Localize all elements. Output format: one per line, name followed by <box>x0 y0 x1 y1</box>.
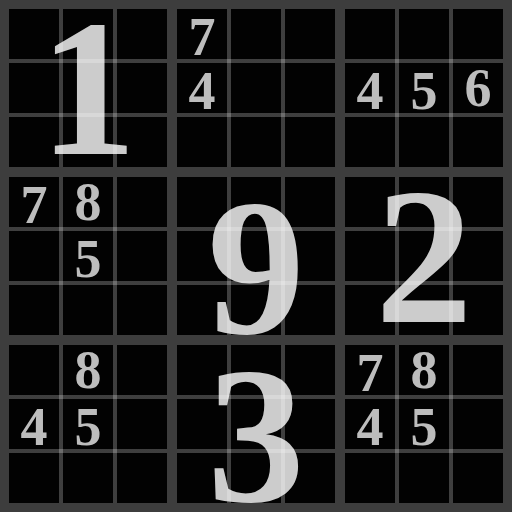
sudoku-cell[interactable] <box>117 231 167 281</box>
sudoku-cell[interactable] <box>345 117 395 167</box>
sudoku-cell[interactable] <box>63 9 113 59</box>
sudoku-cell[interactable]: 5 <box>63 399 113 449</box>
sudoku-cell[interactable] <box>9 345 59 395</box>
sudoku-cell[interactable] <box>453 453 503 503</box>
small-digit: 7 <box>357 346 384 400</box>
small-digit: 4 <box>357 64 384 118</box>
sudoku-cell[interactable] <box>399 177 449 227</box>
sudoku-cell[interactable]: 7 <box>177 9 227 59</box>
sudoku-cell[interactable] <box>285 453 335 503</box>
sudoku-box: 3 <box>177 345 335 503</box>
box-cells: 7845 <box>345 345 503 503</box>
sudoku-cell[interactable]: 7 <box>345 345 395 395</box>
sudoku-cell[interactable] <box>453 285 503 335</box>
sudoku-board: 1744567859284537845 <box>0 0 512 512</box>
sudoku-cell[interactable]: 4 <box>177 63 227 113</box>
small-digit: 4 <box>357 400 384 454</box>
sudoku-cell[interactable] <box>453 117 503 167</box>
sudoku-cell[interactable] <box>63 285 113 335</box>
small-digit: 5 <box>75 400 102 454</box>
sudoku-cell[interactable] <box>9 285 59 335</box>
small-digit: 8 <box>75 175 102 229</box>
sudoku-cell[interactable] <box>231 177 281 227</box>
box-cells: 785 <box>9 177 167 335</box>
sudoku-cell[interactable]: 5 <box>63 231 113 281</box>
sudoku-cell[interactable] <box>177 231 227 281</box>
sudoku-cell[interactable] <box>285 177 335 227</box>
sudoku-cell[interactable] <box>9 63 59 113</box>
sudoku-cell[interactable] <box>231 453 281 503</box>
sudoku-cell[interactable] <box>453 231 503 281</box>
small-digit: 7 <box>21 178 48 232</box>
sudoku-cell[interactable] <box>177 453 227 503</box>
sudoku-cell[interactable] <box>177 345 227 395</box>
small-digit: 7 <box>189 10 216 64</box>
sudoku-cell[interactable] <box>177 117 227 167</box>
box-cells: 845 <box>9 345 167 503</box>
sudoku-cell[interactable]: 8 <box>63 177 113 227</box>
small-digit: 8 <box>75 343 102 397</box>
sudoku-cell[interactable] <box>345 177 395 227</box>
sudoku-box: 1 <box>9 9 167 167</box>
sudoku-cell[interactable] <box>9 453 59 503</box>
sudoku-cell[interactable] <box>63 63 113 113</box>
sudoku-cell[interactable] <box>177 399 227 449</box>
small-digit: 5 <box>411 64 438 118</box>
sudoku-cell[interactable]: 7 <box>9 177 59 227</box>
sudoku-cell[interactable] <box>399 285 449 335</box>
sudoku-cell[interactable] <box>453 9 503 59</box>
sudoku-box: 845 <box>9 345 167 503</box>
sudoku-cell[interactable] <box>399 117 449 167</box>
sudoku-cell[interactable] <box>117 399 167 449</box>
sudoku-cell[interactable] <box>453 399 503 449</box>
sudoku-cell[interactable] <box>231 63 281 113</box>
sudoku-cell[interactable] <box>231 345 281 395</box>
sudoku-cell[interactable] <box>117 345 167 395</box>
sudoku-cell[interactable] <box>117 453 167 503</box>
sudoku-cell[interactable]: 8 <box>63 345 113 395</box>
box-cells <box>345 177 503 335</box>
sudoku-box: 785 <box>9 177 167 335</box>
sudoku-box: 456 <box>345 9 503 167</box>
sudoku-cell[interactable] <box>117 63 167 113</box>
box-cells <box>9 9 167 167</box>
sudoku-cell[interactable] <box>285 231 335 281</box>
sudoku-cell[interactable] <box>231 231 281 281</box>
sudoku-cell[interactable] <box>345 9 395 59</box>
small-digit: 8 <box>411 343 438 397</box>
sudoku-cell[interactable] <box>9 231 59 281</box>
sudoku-cell[interactable] <box>63 117 113 167</box>
box-cells: 456 <box>345 9 503 167</box>
sudoku-cell[interactable] <box>9 9 59 59</box>
sudoku-cell[interactable] <box>285 117 335 167</box>
sudoku-cell[interactable] <box>117 117 167 167</box>
sudoku-cell[interactable] <box>399 453 449 503</box>
small-digit: 6 <box>465 61 492 115</box>
sudoku-cell[interactable] <box>117 285 167 335</box>
sudoku-cell[interactable] <box>9 117 59 167</box>
sudoku-cell[interactable] <box>285 399 335 449</box>
sudoku-cell[interactable] <box>231 399 281 449</box>
sudoku-cell[interactable]: 6 <box>453 63 503 113</box>
sudoku-cell[interactable] <box>285 63 335 113</box>
box-cells <box>177 177 335 335</box>
sudoku-cell[interactable] <box>345 231 395 281</box>
sudoku-cell[interactable] <box>63 453 113 503</box>
sudoku-box: 74 <box>177 9 335 167</box>
sudoku-cell[interactable]: 4 <box>9 399 59 449</box>
sudoku-cell[interactable] <box>177 285 227 335</box>
sudoku-cell[interactable]: 4 <box>345 63 395 113</box>
sudoku-cell[interactable] <box>345 285 395 335</box>
sudoku-cell[interactable]: 5 <box>399 63 449 113</box>
sudoku-box: 9 <box>177 177 335 335</box>
sudoku-cell[interactable] <box>231 285 281 335</box>
sudoku-cell[interactable] <box>177 177 227 227</box>
sudoku-cell[interactable] <box>453 177 503 227</box>
sudoku-cell[interactable] <box>117 9 167 59</box>
sudoku-cell[interactable] <box>453 345 503 395</box>
sudoku-cell[interactable]: 8 <box>399 345 449 395</box>
sudoku-cell[interactable] <box>285 285 335 335</box>
small-digit: 4 <box>21 400 48 454</box>
sudoku-cell[interactable] <box>399 231 449 281</box>
box-cells <box>177 345 335 503</box>
sudoku-cell[interactable] <box>399 9 449 59</box>
sudoku-cell[interactable] <box>285 345 335 395</box>
small-digit: 5 <box>75 232 102 286</box>
small-digit: 5 <box>411 400 438 454</box>
sudoku-cell[interactable]: 4 <box>345 399 395 449</box>
box-cells: 74 <box>177 9 335 167</box>
sudoku-cell[interactable] <box>231 9 281 59</box>
sudoku-cell[interactable] <box>117 177 167 227</box>
sudoku-cell[interactable] <box>285 9 335 59</box>
sudoku-cell[interactable] <box>345 453 395 503</box>
sudoku-box: 7845 <box>345 345 503 503</box>
sudoku-cell[interactable]: 5 <box>399 399 449 449</box>
small-digit: 4 <box>189 64 216 118</box>
sudoku-box: 2 <box>345 177 503 335</box>
sudoku-cell[interactable] <box>231 117 281 167</box>
